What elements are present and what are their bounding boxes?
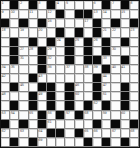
- white-cell-r9c8[interactable]: [65, 74, 74, 83]
- white-cell-r10c3[interactable]: 45: [19, 83, 28, 92]
- clue-number: 42: [2, 74, 6, 78]
- white-cell-r7c6[interactable]: 32: [47, 56, 56, 65]
- clue-number: 67: [112, 129, 116, 133]
- clue-number: 52: [93, 101, 97, 105]
- white-cell-r2c14[interactable]: 15: [121, 10, 130, 19]
- white-cell-r12c9[interactable]: [75, 101, 84, 110]
- clue-number: 7: [112, 1, 114, 5]
- white-cell-r13c8[interactable]: 57: [65, 111, 74, 120]
- black-cell-r6c10: [84, 47, 93, 56]
- white-cell-r16c7[interactable]: [56, 138, 65, 147]
- white-cell-r4c14[interactable]: [121, 28, 130, 37]
- clue-number: 55: [29, 111, 33, 115]
- black-cell-r7c8: [65, 56, 74, 65]
- clue-number: 35: [11, 65, 15, 69]
- white-cell-r7c13[interactable]: [111, 56, 120, 65]
- clue-number: 46: [75, 83, 79, 87]
- clue-number: 32: [47, 56, 51, 60]
- clue-number: 16: [47, 19, 51, 23]
- clue-number: 56: [47, 111, 51, 115]
- white-cell-r11c1[interactable]: 48: [1, 92, 10, 101]
- black-cell-r5c12: [102, 38, 111, 47]
- clue-number: 60: [121, 111, 125, 115]
- black-cell-r2c10: [84, 10, 93, 19]
- white-cell-r10c13[interactable]: [111, 83, 120, 92]
- white-cell-r14c14[interactable]: [121, 120, 130, 129]
- white-cell-r9c6[interactable]: [47, 74, 56, 83]
- white-cell-r5c7[interactable]: 24: [56, 38, 65, 47]
- white-cell-r13c15[interactable]: [130, 111, 139, 120]
- white-cell-r6c13[interactable]: 30: [111, 47, 120, 56]
- black-cell-r5c2: [10, 38, 19, 47]
- white-cell-r11c9[interactable]: 50: [75, 92, 84, 101]
- clue-number: 63: [20, 129, 24, 133]
- clue-number: 36: [47, 65, 51, 69]
- black-cell-r14c3: [19, 120, 28, 129]
- white-cell-r15c14[interactable]: [121, 129, 130, 138]
- white-cell-r9c13[interactable]: [111, 74, 120, 83]
- white-cell-r16c6[interactable]: [47, 138, 56, 147]
- white-cell-r10c12[interactable]: 47: [102, 83, 111, 92]
- white-cell-r16c3[interactable]: [19, 138, 28, 147]
- black-cell-r16c14: [121, 138, 130, 147]
- black-cell-r13c7: [56, 111, 65, 120]
- white-cell-r4c8[interactable]: [65, 28, 74, 37]
- white-cell-r13c13[interactable]: [111, 111, 120, 120]
- white-cell-r5c9[interactable]: 25: [75, 38, 84, 47]
- black-cell-r6c8: [65, 47, 74, 56]
- white-cell-r8c14[interactable]: 41: [121, 65, 130, 74]
- white-cell-r5c5[interactable]: [38, 38, 47, 47]
- white-cell-r6c1[interactable]: [1, 47, 10, 56]
- black-cell-r15c7: [56, 129, 65, 138]
- white-cell-r8c6[interactable]: 36: [47, 65, 56, 74]
- white-cell-r8c11[interactable]: 39: [93, 65, 102, 74]
- white-cell-r11c10[interactable]: [84, 92, 93, 101]
- white-cell-r1c7[interactable]: 4: [56, 1, 65, 10]
- white-cell-r10c9[interactable]: 46: [75, 83, 84, 92]
- white-cell-r13c4[interactable]: 55: [29, 111, 38, 120]
- clue-number: 29: [47, 47, 51, 51]
- clue-number: 47: [103, 83, 107, 87]
- clue-number: 26: [93, 38, 97, 42]
- white-cell-r15c12[interactable]: [102, 129, 111, 138]
- clue-number: 69: [38, 138, 42, 142]
- white-cell-r5c15[interactable]: [130, 38, 139, 47]
- white-cell-r15c13[interactable]: 67: [111, 129, 120, 138]
- white-cell-r7c1[interactable]: [1, 56, 10, 65]
- black-cell-r7c14: [121, 56, 130, 65]
- white-cell-r2c13[interactable]: [111, 10, 120, 19]
- white-cell-r7c15[interactable]: [130, 56, 139, 65]
- white-cell-r2c8[interactable]: [65, 10, 74, 19]
- white-cell-r7c7[interactable]: [56, 56, 65, 65]
- white-cell-r8c1[interactable]: 34: [1, 65, 10, 74]
- black-cell-r16c2: [10, 138, 19, 147]
- black-cell-r9c4: [29, 74, 38, 83]
- white-cell-r16c15[interactable]: [130, 138, 139, 147]
- white-cell-r4c12[interactable]: 21: [102, 28, 111, 37]
- white-cell-r10c15[interactable]: [130, 83, 139, 92]
- white-cell-r16c5[interactable]: 69: [38, 138, 47, 147]
- white-cell-r2c12[interactable]: 14: [102, 10, 111, 19]
- white-cell-r11c3[interactable]: [19, 92, 28, 101]
- white-cell-r16c9[interactable]: [75, 138, 84, 147]
- white-cell-r1c3[interactable]: 2: [19, 1, 28, 10]
- black-cell-r10c6: [47, 83, 56, 92]
- black-cell-r12c10: [84, 101, 93, 110]
- white-cell-r9c10[interactable]: [84, 74, 93, 83]
- clue-number: 19: [20, 28, 24, 32]
- clue-number: 22: [112, 28, 116, 32]
- black-cell-r7c2: [10, 56, 19, 65]
- white-cell-r8c7[interactable]: [56, 65, 65, 74]
- clue-number: 17: [84, 19, 88, 23]
- black-cell-r11c8: [65, 92, 74, 101]
- clue-number: 25: [75, 38, 79, 42]
- white-cell-r7c3[interactable]: 31: [19, 56, 28, 65]
- white-cell-r15c5[interactable]: 64: [38, 129, 47, 138]
- white-cell-r6c4[interactable]: 28: [29, 47, 38, 56]
- clue-number: 48: [2, 92, 6, 96]
- white-cell-r3c14[interactable]: [121, 19, 130, 28]
- white-cell-r15c10[interactable]: 65: [84, 129, 93, 138]
- white-cell-r13c2[interactable]: 54: [10, 111, 19, 120]
- white-cell-r5c1[interactable]: [1, 38, 10, 47]
- white-cell-r14c2[interactable]: [10, 120, 19, 129]
- white-cell-r2c15[interactable]: [130, 10, 139, 19]
- black-cell-r16c12: [102, 138, 111, 147]
- clue-number: 64: [38, 129, 42, 133]
- white-cell-r13c1[interactable]: 53: [1, 111, 10, 120]
- white-cell-r14c8[interactable]: [65, 120, 74, 129]
- black-cell-r6c5: [38, 47, 47, 56]
- white-cell-r7c4[interactable]: [29, 56, 38, 65]
- clue-number: 31: [20, 56, 24, 60]
- clue-number: 37: [66, 65, 70, 69]
- white-cell-r6c7[interactable]: [56, 47, 65, 56]
- white-cell-r4c4[interactable]: [29, 28, 38, 37]
- white-cell-r9c3[interactable]: [19, 74, 28, 83]
- black-cell-r3c13: [111, 19, 120, 28]
- white-cell-r3c6[interactable]: 16: [47, 19, 56, 28]
- white-cell-r1c13[interactable]: 7: [111, 1, 120, 10]
- black-cell-r10c5: [38, 83, 47, 92]
- white-cell-r5c3[interactable]: [19, 38, 28, 47]
- black-cell-r14c11: [93, 120, 102, 129]
- clue-number: 44: [103, 74, 107, 78]
- white-cell-r6c6[interactable]: 29: [47, 47, 56, 56]
- white-cell-r3c7[interactable]: [56, 19, 65, 28]
- clue-number: 41: [121, 65, 125, 69]
- black-cell-r11c6: [47, 92, 56, 101]
- white-cell-r12c13[interactable]: [111, 101, 120, 110]
- clue-number: 40: [112, 65, 116, 69]
- black-cell-r1c6: [47, 1, 56, 10]
- white-cell-r10c10[interactable]: [84, 83, 93, 92]
- clue-number: 15: [121, 10, 125, 14]
- black-cell-r8c12: [102, 65, 111, 74]
- black-cell-r7c11: [93, 56, 102, 65]
- black-cell-r14c13: [111, 120, 120, 129]
- white-cell-r2c5[interactable]: [38, 10, 47, 19]
- black-cell-r5c4: [29, 38, 38, 47]
- white-cell-r12c7[interactable]: [56, 101, 65, 110]
- white-cell-r1c15[interactable]: 8: [130, 1, 139, 10]
- white-cell-r4c13[interactable]: 22: [111, 28, 120, 37]
- clue-number: 5: [66, 1, 68, 5]
- black-cell-r6c2: [10, 47, 19, 56]
- white-cell-r13c11[interactable]: [93, 111, 102, 120]
- white-cell-r13c10[interactable]: 58: [84, 111, 93, 120]
- white-cell-r10c1[interactable]: [1, 83, 10, 92]
- white-cell-r8c4[interactable]: [29, 65, 38, 74]
- white-cell-r8c10[interactable]: 38: [84, 65, 93, 74]
- white-cell-r16c1[interactable]: [1, 138, 10, 147]
- black-cell-r10c8: [65, 83, 74, 92]
- white-cell-r14c6[interactable]: 61: [47, 120, 56, 129]
- white-cell-r9c15[interactable]: [130, 74, 139, 83]
- black-cell-r10c2: [10, 83, 19, 92]
- white-cell-r7c9[interactable]: [75, 56, 84, 65]
- clue-number: 38: [84, 65, 88, 69]
- white-cell-r4c10[interactable]: [84, 28, 93, 37]
- black-cell-r16c10: [84, 138, 93, 147]
- clue-number: 58: [84, 111, 88, 115]
- white-cell-r8c9[interactable]: [75, 65, 84, 74]
- white-cell-r2c3[interactable]: [19, 10, 28, 19]
- white-cell-r4c5[interactable]: 20: [38, 28, 47, 37]
- white-cell-r3c8[interactable]: [65, 19, 74, 28]
- clue-number: 12: [47, 10, 51, 14]
- white-cell-r5c13[interactable]: [111, 38, 120, 47]
- white-cell-r15c11[interactable]: 66: [93, 129, 102, 138]
- black-cell-r13c9: [75, 111, 84, 120]
- clue-number: 13: [93, 10, 97, 14]
- clue-number: 1: [2, 1, 4, 5]
- white-cell-r1c11[interactable]: 6: [93, 1, 102, 10]
- black-cell-r6c12: [102, 47, 111, 56]
- black-cell-r7c5: [38, 56, 47, 65]
- white-cell-r16c13[interactable]: [111, 138, 120, 147]
- clue-number: 8: [130, 1, 132, 5]
- white-cell-r15c4[interactable]: [29, 129, 38, 138]
- white-cell-r12c5[interactable]: [38, 101, 47, 110]
- white-cell-r2c11[interactable]: 13: [93, 10, 102, 19]
- white-cell-r8c3[interactable]: [19, 65, 28, 74]
- white-cell-r2c1[interactable]: 9: [1, 10, 10, 19]
- white-cell-r8c15[interactable]: [130, 65, 139, 74]
- white-cell-r1c10[interactable]: [84, 1, 93, 10]
- clue-number: 3: [38, 1, 40, 5]
- white-cell-r10c4[interactable]: [29, 83, 38, 92]
- white-cell-r4c6[interactable]: [47, 28, 56, 37]
- white-cell-r13c6[interactable]: 56: [47, 111, 56, 120]
- white-cell-r1c1[interactable]: 1: [1, 1, 10, 10]
- black-cell-r16c4: [29, 138, 38, 147]
- white-cell-r9c7[interactable]: [56, 74, 65, 83]
- black-cell-r8c5: [38, 65, 47, 74]
- clue-number: 14: [103, 10, 107, 14]
- white-cell-r2c6[interactable]: 12: [47, 10, 56, 19]
- white-cell-r5c11[interactable]: 26: [93, 38, 102, 47]
- black-cell-r2c7: [56, 10, 65, 19]
- clue-number: 54: [11, 111, 15, 115]
- clue-number: 33: [103, 56, 107, 60]
- black-cell-r14c15: [130, 120, 139, 129]
- clue-number: 66: [93, 129, 97, 133]
- black-cell-r11c11: [93, 92, 102, 101]
- black-cell-r10c11: [93, 83, 102, 92]
- white-cell-r14c10[interactable]: [84, 120, 93, 129]
- white-cell-r15c1[interactable]: 62: [1, 129, 10, 138]
- white-cell-r6c14[interactable]: [121, 47, 130, 56]
- white-cell-r8c8[interactable]: 37: [65, 65, 74, 74]
- white-cell-r11c12[interactable]: 51: [102, 92, 111, 101]
- black-cell-r5c6: [47, 38, 56, 47]
- white-cell-r3c12[interactable]: [102, 19, 111, 28]
- white-cell-r11c7[interactable]: [56, 92, 65, 101]
- white-cell-r3c9[interactable]: [75, 19, 84, 28]
- white-cell-r3c4[interactable]: [29, 19, 38, 28]
- white-cell-r15c3[interactable]: 63: [19, 129, 28, 138]
- clue-number: 9: [2, 10, 4, 14]
- white-cell-r9c1[interactable]: 42: [1, 74, 10, 83]
- white-cell-r15c8[interactable]: [65, 129, 74, 138]
- black-cell-r3c15: [130, 19, 139, 28]
- black-cell-r13c5: [38, 111, 47, 120]
- white-cell-r11c13[interactable]: [111, 92, 120, 101]
- clue-number: 59: [103, 111, 107, 115]
- clue-number: 27: [20, 47, 24, 51]
- white-cell-r8c2[interactable]: 35: [10, 65, 19, 74]
- black-cell-r12c8: [65, 101, 74, 110]
- white-cell-r16c8[interactable]: [65, 138, 74, 147]
- clue-number: 61: [47, 120, 51, 124]
- white-cell-r11c5[interactable]: 49: [38, 92, 47, 101]
- white-cell-r6c3[interactable]: 27: [19, 47, 28, 56]
- clue-number: 68: [130, 129, 134, 133]
- black-cell-r4c11: [93, 28, 102, 37]
- white-cell-r14c7[interactable]: [56, 120, 65, 129]
- white-cell-r11c2[interactable]: [10, 92, 19, 101]
- clue-number: 43: [38, 74, 42, 78]
- white-cell-r14c4[interactable]: [29, 120, 38, 129]
- black-cell-r1c14: [121, 1, 130, 10]
- white-cell-r16c11[interactable]: [93, 138, 102, 147]
- clue-number: 18: [2, 28, 6, 32]
- white-cell-r1c5[interactable]: 3: [38, 1, 47, 10]
- black-cell-r9c11: [93, 74, 102, 83]
- white-cell-r6c9[interactable]: [75, 47, 84, 56]
- white-cell-r11c15[interactable]: [130, 92, 139, 101]
- black-cell-r3c5: [38, 19, 47, 28]
- clue-number: 49: [38, 92, 42, 96]
- clue-number: 51: [103, 92, 107, 96]
- black-cell-r12c12: [102, 101, 111, 110]
- clue-number: 11: [29, 10, 33, 14]
- white-cell-r12c11[interactable]: 52: [93, 101, 102, 110]
- white-cell-r9c12[interactable]: 44: [102, 74, 111, 83]
- black-cell-r10c14: [121, 83, 130, 92]
- clue-number: 21: [103, 28, 107, 32]
- clue-number: 20: [38, 28, 42, 32]
- black-cell-r12c6: [47, 101, 56, 110]
- black-cell-r5c10: [84, 38, 93, 47]
- white-cell-r4c15[interactable]: 23: [130, 28, 139, 37]
- white-cell-r1c8[interactable]: 5: [65, 1, 74, 10]
- black-cell-r1c4: [29, 1, 38, 10]
- black-cell-r5c14: [121, 38, 130, 47]
- black-cell-r5c8: [65, 38, 74, 47]
- white-cell-r9c14[interactable]: [121, 74, 130, 83]
- clue-number: 2: [20, 1, 22, 5]
- white-cell-r4c3[interactable]: 19: [19, 28, 28, 37]
- white-cell-r13c12[interactable]: 59: [102, 111, 111, 120]
- white-cell-r10c7[interactable]: [56, 83, 65, 92]
- clue-number: 34: [2, 65, 6, 69]
- white-cell-r7c12[interactable]: 33: [102, 56, 111, 65]
- black-cell-r14c5: [38, 120, 47, 129]
- white-cell-r12c3[interactable]: [19, 101, 28, 110]
- black-cell-r15c9: [75, 129, 84, 138]
- white-cell-r9c9[interactable]: [75, 74, 84, 83]
- white-cell-r2c4[interactable]: 11: [29, 10, 38, 19]
- white-cell-r14c9[interactable]: [75, 120, 84, 129]
- clue-number: 57: [66, 111, 70, 115]
- white-cell-r12c1[interactable]: [1, 101, 10, 110]
- white-cell-r4c1[interactable]: 18: [1, 28, 10, 37]
- clue-number: 45: [20, 83, 24, 87]
- white-cell-r9c2[interactable]: [10, 74, 19, 83]
- black-cell-r1c12: [102, 1, 111, 10]
- black-cell-r7c10: [84, 56, 93, 65]
- white-cell-r12c15[interactable]: [130, 101, 139, 110]
- black-cell-r11c14: [121, 92, 130, 101]
- white-cell-r3c2[interactable]: [10, 19, 19, 28]
- black-cell-r15c6: [47, 129, 56, 138]
- clue-number: 23: [130, 28, 134, 32]
- white-cell-r6c15[interactable]: [130, 47, 139, 56]
- black-cell-r12c14: [121, 101, 130, 110]
- white-cell-r13c14[interactable]: 60: [121, 111, 130, 120]
- crossword-board: 1234567891011121314151617181920212223242…: [0, 0, 140, 148]
- clue-number: 62: [2, 129, 6, 133]
- white-cell-r4c2[interactable]: [10, 28, 19, 37]
- clue-number: 4: [57, 1, 59, 5]
- white-cell-r15c2[interactable]: [10, 129, 19, 138]
- clue-number: 10: [11, 10, 15, 14]
- white-cell-r3c10[interactable]: 17: [84, 19, 93, 28]
- white-cell-r15c15[interactable]: 68: [130, 129, 139, 138]
- white-cell-r6c11[interactable]: [93, 47, 102, 56]
- white-cell-r2c2[interactable]: 10: [10, 10, 19, 19]
- clue-number: 53: [2, 111, 6, 115]
- white-cell-r8c13[interactable]: 40: [111, 65, 120, 74]
- black-cell-r4c7: [56, 28, 65, 37]
- black-cell-r3c3: [19, 19, 28, 28]
- white-cell-r9c5[interactable]: 43: [38, 74, 47, 83]
- white-cell-r1c9[interactable]: [75, 1, 84, 10]
- white-cell-r14c12[interactable]: [102, 120, 111, 129]
- clue-number: 30: [112, 47, 116, 51]
- white-cell-r13c3[interactable]: [19, 111, 28, 120]
- clue-number: 50: [75, 92, 79, 96]
- black-cell-r12c2: [10, 101, 19, 110]
- black-cell-r2c9: [75, 10, 84, 19]
- clue-number: 65: [84, 129, 88, 133]
- black-cell-r12c4: [29, 101, 38, 110]
